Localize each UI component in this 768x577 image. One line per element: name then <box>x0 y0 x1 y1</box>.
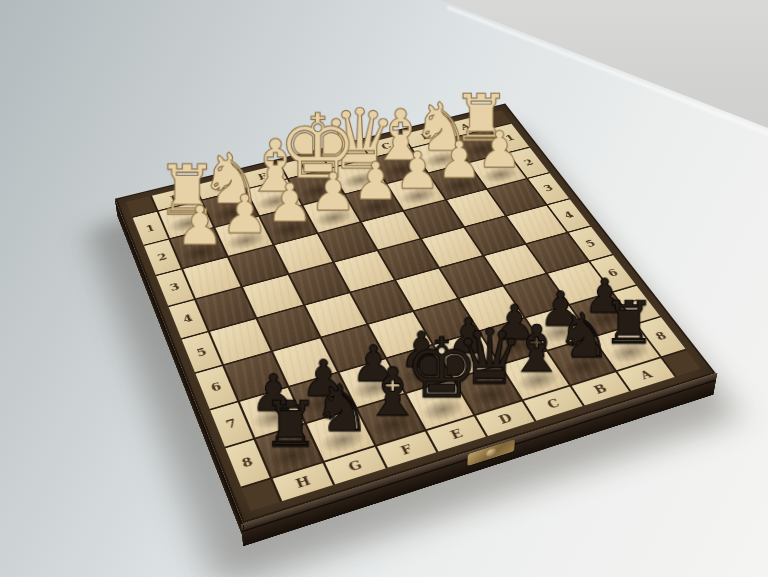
board-square[interactable]: ♟ <box>171 228 227 267</box>
rank-label-cell: 6 <box>196 366 237 408</box>
scene: HGFEDCBA1♜♞♝♚♛♝♞♜12♟♟♟♟♟♟♟♟2334455667♟♟♟… <box>0 0 768 577</box>
chess-box: HGFEDCBA1♜♞♝♚♛♝♞♜12♟♟♟♟♟♟♟♟2334455667♟♟♟… <box>115 104 716 524</box>
photo-background: HGFEDCBA1♜♞♝♚♛♝♞♜12♟♟♟♟♟♟♟♟2334455667♟♟♟… <box>0 0 768 577</box>
board-square[interactable] <box>396 269 457 311</box>
board-square[interactable] <box>274 234 332 273</box>
file-label-cell: G <box>325 447 385 484</box>
rank-label-cell: 4 <box>548 199 590 231</box>
